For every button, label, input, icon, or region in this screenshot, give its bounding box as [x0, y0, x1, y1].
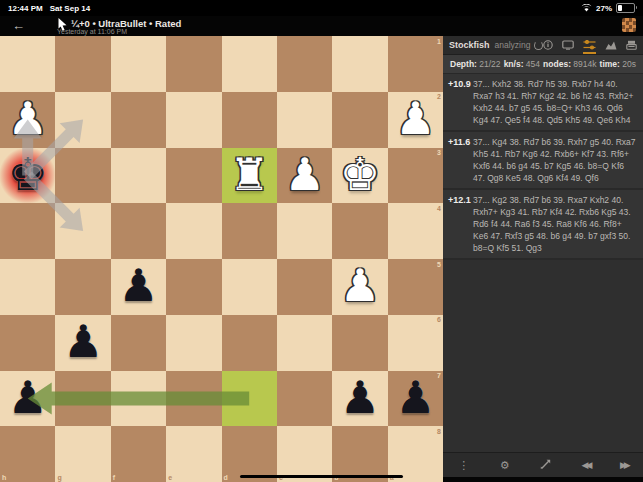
square-f1[interactable] [111, 36, 166, 92]
square-h8[interactable]: h [0, 426, 55, 482]
square-d5[interactable] [222, 259, 277, 315]
line-moves[interactable]: 37... Kg4 38. Rd7 b6 39. Rxh7 g5 40. Rxa… [473, 136, 637, 184]
rank-label-7: 7 [437, 372, 441, 379]
info-icon[interactable] [543, 36, 553, 54]
square-g4[interactable] [55, 203, 110, 259]
wifi-icon [581, 4, 592, 12]
line-eval: +11.6 [448, 136, 473, 184]
square-c1[interactable] [277, 36, 332, 92]
square-c7[interactable] [277, 371, 332, 427]
square-a5[interactable]: 5 [388, 259, 443, 315]
black-pawn-a7[interactable]: ♟ [395, 375, 435, 420]
square-e8[interactable]: e [166, 426, 221, 482]
square-b3[interactable]: ♚ [332, 148, 387, 204]
square-a8[interactable]: 8a [388, 426, 443, 482]
square-h6[interactable] [0, 315, 55, 371]
home-indicator[interactable] [240, 475, 403, 479]
back-button[interactable]: ← [12, 18, 25, 34]
panel-bottom-strip [443, 477, 643, 482]
square-f3[interactable] [111, 148, 166, 204]
square-a7[interactable]: 7♟ [388, 371, 443, 427]
app-header: ← ¼+0 • UltraBullet • Rated Yesterday at… [0, 16, 643, 36]
engine-line-1[interactable]: +10.937... Kxh2 38. Rd7 h5 39. Rxb7 h4 4… [443, 74, 643, 132]
battery-percent: 27% [596, 4, 612, 13]
square-b7[interactable]: ♟ [332, 371, 387, 427]
square-e5[interactable] [166, 259, 221, 315]
black-pawn-h7[interactable]: ♟ [8, 375, 48, 420]
stat-kns: kn/s: 454 [504, 59, 540, 69]
app-screen: 12:44 PM Sat Sep 14 27% ← ¼+0 • UltraBul… [0, 0, 643, 482]
square-b5[interactable]: ♟ [332, 259, 387, 315]
white-pawn-b5[interactable]: ♟ [340, 263, 380, 308]
status-bar: 12:44 PM Sat Sep 14 27% [0, 0, 643, 16]
black-pawn-b7[interactable]: ♟ [340, 375, 380, 420]
file-label-g: g [57, 474, 61, 481]
clock-time: 12:44 PM [8, 4, 43, 13]
square-c3[interactable]: ♟ [277, 148, 332, 204]
menu-dots-icon[interactable]: ⋮ [458, 460, 469, 471]
rank-label-4: 4 [437, 205, 441, 212]
square-d3[interactable]: ♜ [222, 148, 277, 204]
square-c8[interactable]: c [277, 426, 332, 482]
square-c4[interactable] [277, 203, 332, 259]
fast-forward-icon[interactable]: ▶▶ [620, 461, 628, 470]
file-label-h: h [2, 474, 6, 481]
explorer-icon[interactable] [626, 36, 637, 54]
square-h1[interactable] [0, 36, 55, 92]
square-c6[interactable] [277, 315, 332, 371]
square-d4[interactable] [222, 203, 277, 259]
white-pawn-a2[interactable]: ♟ [395, 96, 435, 141]
chess-board[interactable]: 1♟2♟♚♜♟♚34♟♟5♟6♟♟7♟hgfedcb8a [0, 36, 443, 482]
square-e6[interactable] [166, 315, 221, 371]
square-a1[interactable]: 1 [388, 36, 443, 92]
analysis-arrows-icon[interactable] [540, 459, 551, 472]
file-label-f: f [113, 474, 115, 481]
game-subtitle: Yesterday at 11:06 PM [57, 28, 127, 35]
square-e4[interactable] [166, 203, 221, 259]
white-pawn-c3[interactable]: ♟ [284, 152, 324, 197]
engine-line-3[interactable]: +12.137... Kg2 38. Rd7 b6 39. Rxa7 Kxh2 … [443, 190, 643, 260]
square-d6[interactable] [222, 315, 277, 371]
tv-icon[interactable] [562, 36, 574, 54]
square-f5[interactable]: ♟ [111, 259, 166, 315]
square-h5[interactable] [0, 259, 55, 315]
rank-label-1: 1 [437, 38, 441, 45]
mini-chessboard-icon[interactable] [622, 18, 636, 32]
status-date: Sat Sep 14 [50, 4, 90, 13]
line-eval: +12.1 [448, 194, 473, 254]
file-label-e: e [168, 474, 172, 481]
square-f8[interactable]: f [111, 426, 166, 482]
square-a3[interactable]: 3 [388, 148, 443, 204]
square-e2[interactable] [166, 92, 221, 148]
square-a4[interactable]: 4 [388, 203, 443, 259]
engine-name: Stockfish [449, 40, 490, 50]
square-h4[interactable] [0, 203, 55, 259]
analysis-toolbar: ⋮ ⚙ ◀◀ ▶▶ [443, 452, 643, 477]
rank-label-2: 2 [437, 93, 441, 100]
file-label-d: d [224, 474, 228, 481]
engine-stats-row: Depth: 21/22kn/s: 454nodes: 8914ktime: 2… [443, 55, 643, 74]
black-king-h3[interactable]: ♚ [8, 152, 48, 197]
square-h7[interactable]: ♟ [0, 371, 55, 427]
rank-label-3: 3 [437, 149, 441, 156]
analyzing-spinner-icon [534, 41, 543, 50]
engine-lines: +10.937... Kxh2 38. Rd7 h5 39. Rxb7 h4 4… [443, 74, 643, 260]
square-b1[interactable] [332, 36, 387, 92]
square-g5[interactable] [55, 259, 110, 315]
square-f4[interactable] [111, 203, 166, 259]
square-g8[interactable]: g [55, 426, 110, 482]
engine-icon[interactable] [583, 36, 596, 54]
square-f2[interactable] [111, 92, 166, 148]
square-e7[interactable] [166, 371, 221, 427]
square-f6[interactable] [111, 315, 166, 371]
white-pawn-h2[interactable]: ♟ [8, 96, 48, 141]
rank-label-8: 8 [437, 428, 441, 435]
square-c5[interactable] [277, 259, 332, 315]
square-e3[interactable] [166, 148, 221, 204]
square-g3[interactable] [55, 148, 110, 204]
engine-panel: Stockfish analyzing [443, 36, 643, 482]
engine-line-2[interactable]: +11.637... Kg4 38. Rd7 b6 39. Rxh7 g5 40… [443, 132, 643, 190]
rank-label-5: 5 [437, 261, 441, 268]
engine-panel-header: Stockfish analyzing [443, 36, 643, 55]
square-h3[interactable]: ♚ [0, 148, 55, 204]
square-d8[interactable]: d [222, 426, 277, 482]
gear-icon[interactable]: ⚙ [500, 460, 510, 471]
square-b2[interactable] [332, 92, 387, 148]
battery-icon [616, 3, 635, 13]
white-rook-d3[interactable]: ♜ [229, 152, 269, 197]
square-d2[interactable] [222, 92, 277, 148]
fast-backward-icon[interactable]: ◀◀ [582, 461, 590, 470]
chart-icon[interactable] [605, 36, 617, 54]
stat-depth: Depth: 21/22 [450, 59, 501, 69]
black-pawn-g6[interactable]: ♟ [63, 319, 103, 364]
square-g1[interactable] [55, 36, 110, 92]
stat-time: time: 20s [600, 59, 636, 69]
stat-nodes: nodes: 8914k [543, 59, 596, 69]
square-g7[interactable] [55, 371, 110, 427]
square-g6[interactable]: ♟ [55, 315, 110, 371]
rank-label-6: 6 [437, 316, 441, 323]
square-g2[interactable] [55, 92, 110, 148]
square-d1[interactable] [222, 36, 277, 92]
square-b4[interactable] [332, 203, 387, 259]
square-c2[interactable] [277, 92, 332, 148]
square-d7[interactable] [222, 371, 277, 427]
line-moves[interactable]: 37... Kxh2 38. Rd7 h5 39. Rxb7 h4 40. Rx… [473, 78, 637, 126]
square-b8[interactable]: b [332, 426, 387, 482]
white-king-b3[interactable]: ♚ [340, 152, 380, 197]
square-a6[interactable]: 6 [388, 315, 443, 371]
line-eval: +10.9 [448, 78, 473, 126]
square-e1[interactable] [166, 36, 221, 92]
square-b6[interactable] [332, 315, 387, 371]
square-a2[interactable]: 2♟ [388, 92, 443, 148]
engine-status: analyzing [495, 40, 531, 50]
square-f7[interactable] [111, 371, 166, 427]
square-h2[interactable]: ♟ [0, 92, 55, 148]
line-moves[interactable]: 37... Kg2 38. Rd7 b6 39. Rxa7 Kxh2 40. R… [473, 194, 637, 254]
black-pawn-f5[interactable]: ♟ [118, 263, 158, 308]
